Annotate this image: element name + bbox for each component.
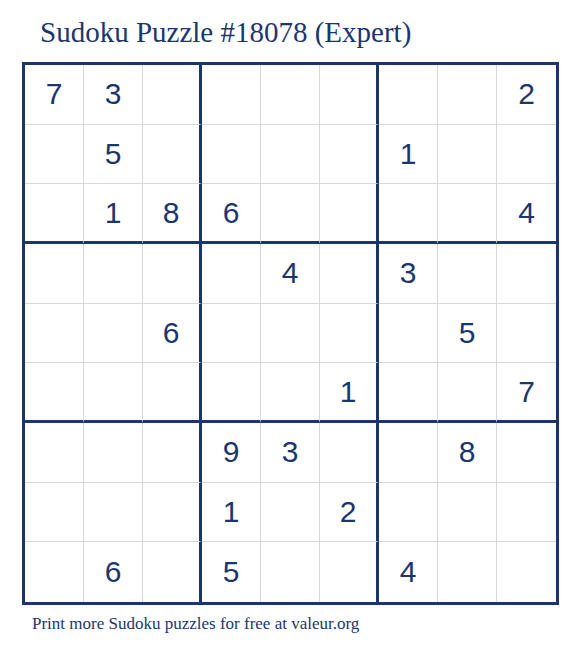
cell-r5c8[interactable]: 5	[438, 304, 497, 364]
cell-r4c2[interactable]	[84, 244, 143, 304]
cell-r7c1[interactable]	[25, 423, 84, 483]
cell-r9c8[interactable]	[438, 542, 497, 602]
footer-text: Print more Sudoku puzzles for free at va…	[32, 614, 359, 634]
cell-r9c6[interactable]	[320, 542, 379, 602]
cell-r2c3[interactable]	[143, 125, 202, 185]
cell-r6c1[interactable]	[25, 363, 84, 423]
cell-r9c1[interactable]	[25, 542, 84, 602]
cell-r6c4[interactable]	[202, 363, 261, 423]
cell-r2c4[interactable]	[202, 125, 261, 185]
cell-r5c3[interactable]: 6	[143, 304, 202, 364]
page-title: Sudoku Puzzle #18078 (Expert)	[40, 16, 411, 49]
cell-r5c4[interactable]	[202, 304, 261, 364]
cell-r1c7[interactable]	[379, 65, 438, 125]
cell-r1c9[interactable]: 2	[497, 65, 556, 125]
cell-r1c5[interactable]	[261, 65, 320, 125]
cell-r4c4[interactable]	[202, 244, 261, 304]
cell-r2c7[interactable]: 1	[379, 125, 438, 185]
cell-r1c3[interactable]	[143, 65, 202, 125]
cell-r1c8[interactable]	[438, 65, 497, 125]
cell-r9c3[interactable]	[143, 542, 202, 602]
cell-r9c9[interactable]	[497, 542, 556, 602]
cell-r6c8[interactable]	[438, 363, 497, 423]
cell-r7c2[interactable]	[84, 423, 143, 483]
cell-r9c7[interactable]: 4	[379, 542, 438, 602]
cell-r8c6[interactable]: 2	[320, 483, 379, 543]
cell-r2c9[interactable]	[497, 125, 556, 185]
cell-r2c2[interactable]: 5	[84, 125, 143, 185]
cell-r7c6[interactable]	[320, 423, 379, 483]
cell-r3c9[interactable]: 4	[497, 184, 556, 244]
cell-r3c3[interactable]: 8	[143, 184, 202, 244]
cell-r9c4[interactable]: 5	[202, 542, 261, 602]
cell-r7c9[interactable]	[497, 423, 556, 483]
cell-r8c8[interactable]	[438, 483, 497, 543]
cell-r3c1[interactable]	[25, 184, 84, 244]
cell-r1c2[interactable]: 3	[84, 65, 143, 125]
cell-r2c6[interactable]	[320, 125, 379, 185]
cell-r6c3[interactable]	[143, 363, 202, 423]
cell-r8c2[interactable]	[84, 483, 143, 543]
cell-r9c2[interactable]: 6	[84, 542, 143, 602]
cell-r8c1[interactable]	[25, 483, 84, 543]
cell-r3c5[interactable]	[261, 184, 320, 244]
cell-r6c2[interactable]	[84, 363, 143, 423]
cell-r5c2[interactable]	[84, 304, 143, 364]
cell-r9c5[interactable]	[261, 542, 320, 602]
cell-r3c6[interactable]	[320, 184, 379, 244]
cell-r1c1[interactable]: 7	[25, 65, 84, 125]
cell-r6c6[interactable]: 1	[320, 363, 379, 423]
cell-r3c8[interactable]	[438, 184, 497, 244]
cell-r1c4[interactable]	[202, 65, 261, 125]
cell-r8c3[interactable]	[143, 483, 202, 543]
cell-r7c7[interactable]	[379, 423, 438, 483]
cell-r8c5[interactable]	[261, 483, 320, 543]
cell-r6c7[interactable]	[379, 363, 438, 423]
cell-r4c5[interactable]: 4	[261, 244, 320, 304]
cell-r1c6[interactable]	[320, 65, 379, 125]
cell-r7c3[interactable]	[143, 423, 202, 483]
cell-r7c8[interactable]: 8	[438, 423, 497, 483]
sudoku-grid: 73251186443651793812654	[22, 62, 559, 605]
cell-r2c8[interactable]	[438, 125, 497, 185]
cell-r3c7[interactable]	[379, 184, 438, 244]
cell-r5c7[interactable]	[379, 304, 438, 364]
cell-r8c4[interactable]: 1	[202, 483, 261, 543]
cell-r7c4[interactable]: 9	[202, 423, 261, 483]
cell-r4c3[interactable]	[143, 244, 202, 304]
cell-r5c1[interactable]	[25, 304, 84, 364]
cell-r6c9[interactable]: 7	[497, 363, 556, 423]
cell-r4c6[interactable]	[320, 244, 379, 304]
cell-r5c9[interactable]	[497, 304, 556, 364]
cell-r4c8[interactable]	[438, 244, 497, 304]
cell-r2c5[interactable]	[261, 125, 320, 185]
cell-r2c1[interactable]	[25, 125, 84, 185]
cell-r4c7[interactable]: 3	[379, 244, 438, 304]
cell-r6c5[interactable]	[261, 363, 320, 423]
cell-r4c1[interactable]	[25, 244, 84, 304]
cell-r3c2[interactable]: 1	[84, 184, 143, 244]
cell-r4c9[interactable]	[497, 244, 556, 304]
cell-r5c6[interactable]	[320, 304, 379, 364]
cell-r5c5[interactable]	[261, 304, 320, 364]
cell-r8c9[interactable]	[497, 483, 556, 543]
cell-r7c5[interactable]: 3	[261, 423, 320, 483]
cell-r8c7[interactable]	[379, 483, 438, 543]
cell-r3c4[interactable]: 6	[202, 184, 261, 244]
